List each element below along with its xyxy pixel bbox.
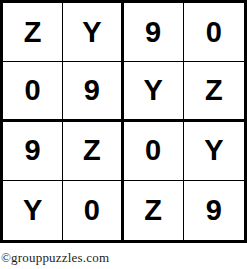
cell-r4c1: Y — [3, 181, 63, 240]
cell-r4c4: 9 — [184, 181, 244, 240]
cell-r3c3: 0 — [124, 122, 184, 181]
cell-r3c1: 9 — [3, 122, 63, 181]
cell-r3c2: Z — [63, 122, 123, 181]
cell-r1c1: Z — [3, 3, 63, 62]
cell-r1c2: Y — [63, 3, 123, 62]
cell-r1c3: 9 — [124, 3, 184, 62]
sudoku-board: Z Y 9 0 0 9 Y Z 9 Z 0 Y Y 0 Z 9 — [0, 0, 247, 243]
cell-r3c4: Y — [184, 122, 244, 181]
cell-r1c4: 0 — [184, 3, 244, 62]
cell-r4c3: Z — [124, 181, 184, 240]
cell-r2c3: Y — [124, 62, 184, 121]
cell-r4c2: 0 — [63, 181, 123, 240]
cell-r2c1: 0 — [3, 62, 63, 121]
copyright-text: ©grouppuzzles.com — [0, 250, 247, 266]
cell-r2c2: 9 — [63, 62, 123, 121]
cell-r2c4: Z — [184, 62, 244, 121]
